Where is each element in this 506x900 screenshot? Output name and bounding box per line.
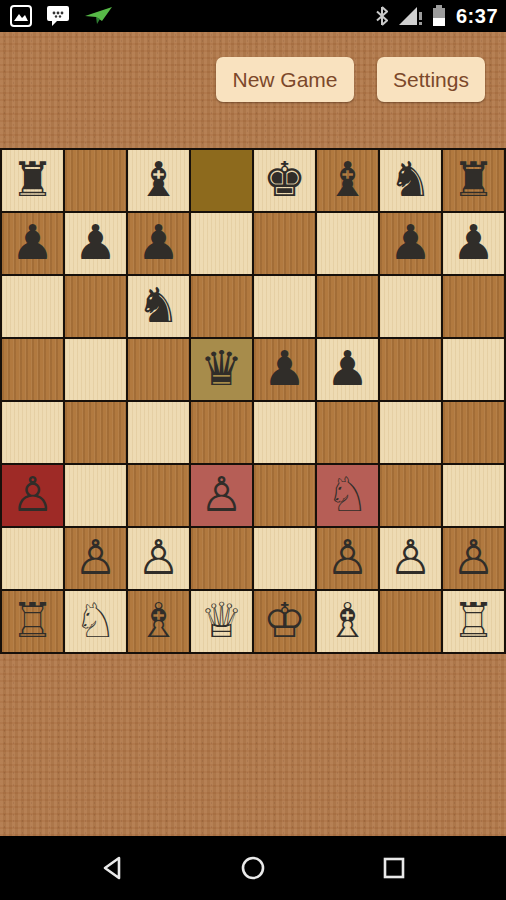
square-a6[interactable] bbox=[2, 276, 63, 337]
square-d1[interactable]: ♕ bbox=[191, 591, 252, 652]
white-knight: ♘ bbox=[74, 596, 117, 644]
square-g5[interactable] bbox=[380, 339, 441, 400]
square-f1[interactable]: ♗ bbox=[317, 591, 378, 652]
square-h1[interactable]: ♖ bbox=[443, 591, 504, 652]
square-d4[interactable] bbox=[191, 402, 252, 463]
square-c8[interactable]: ♝ bbox=[128, 150, 189, 211]
square-b3[interactable] bbox=[65, 465, 126, 526]
square-c6[interactable]: ♞ bbox=[128, 276, 189, 337]
square-h6[interactable] bbox=[443, 276, 504, 337]
square-b1[interactable]: ♘ bbox=[65, 591, 126, 652]
bluetooth-icon bbox=[376, 6, 388, 26]
square-b4[interactable] bbox=[65, 402, 126, 463]
black-queen: ♛ bbox=[200, 344, 243, 392]
black-pawn: ♟ bbox=[389, 218, 432, 266]
white-king: ♔ bbox=[263, 596, 306, 644]
square-c4[interactable] bbox=[128, 402, 189, 463]
black-pawn: ♟ bbox=[137, 218, 180, 266]
square-e8[interactable]: ♚ bbox=[254, 150, 315, 211]
black-pawn: ♟ bbox=[326, 344, 369, 392]
white-pawn: ♙ bbox=[11, 470, 54, 518]
square-f5[interactable]: ♟ bbox=[317, 339, 378, 400]
signal-alert-icon bbox=[398, 6, 422, 26]
square-g6[interactable] bbox=[380, 276, 441, 337]
battery-icon bbox=[432, 5, 446, 27]
square-e4[interactable] bbox=[254, 402, 315, 463]
white-pawn: ♙ bbox=[200, 470, 243, 518]
square-a3[interactable]: ♙ bbox=[2, 465, 63, 526]
system-icons: 6:37 bbox=[376, 5, 506, 28]
white-pawn: ♙ bbox=[74, 533, 117, 581]
clock-time: 6:37 bbox=[456, 5, 498, 28]
black-king: ♚ bbox=[263, 155, 306, 203]
square-b7[interactable]: ♟ bbox=[65, 213, 126, 274]
square-h8[interactable]: ♜ bbox=[443, 150, 504, 211]
white-pawn: ♙ bbox=[137, 533, 180, 581]
square-g7[interactable]: ♟ bbox=[380, 213, 441, 274]
square-f6[interactable] bbox=[317, 276, 378, 337]
back-icon[interactable] bbox=[92, 848, 132, 888]
square-h7[interactable]: ♟ bbox=[443, 213, 504, 274]
white-bishop: ♗ bbox=[326, 596, 369, 644]
black-pawn: ♟ bbox=[11, 218, 54, 266]
square-g3[interactable] bbox=[380, 465, 441, 526]
notification-icons bbox=[0, 5, 376, 27]
white-bishop: ♗ bbox=[137, 596, 180, 644]
square-a8[interactable]: ♜ bbox=[2, 150, 63, 211]
green-plane-icon bbox=[84, 5, 114, 27]
square-h4[interactable] bbox=[443, 402, 504, 463]
square-c2[interactable]: ♙ bbox=[128, 528, 189, 589]
black-pawn: ♟ bbox=[263, 344, 306, 392]
new-game-button[interactable]: New Game bbox=[216, 57, 354, 102]
square-a2[interactable] bbox=[2, 528, 63, 589]
black-rook: ♜ bbox=[11, 155, 54, 203]
recents-icon[interactable] bbox=[374, 848, 414, 888]
square-a4[interactable] bbox=[2, 402, 63, 463]
square-b2[interactable]: ♙ bbox=[65, 528, 126, 589]
black-pawn: ♟ bbox=[452, 218, 495, 266]
square-c5[interactable] bbox=[128, 339, 189, 400]
settings-button[interactable]: Settings bbox=[377, 57, 485, 102]
square-b5[interactable] bbox=[65, 339, 126, 400]
square-d3[interactable]: ♙ bbox=[191, 465, 252, 526]
black-knight: ♞ bbox=[389, 155, 432, 203]
android-nav-bar bbox=[0, 836, 506, 900]
square-e6[interactable] bbox=[254, 276, 315, 337]
white-rook: ♖ bbox=[11, 596, 54, 644]
square-f8[interactable]: ♝ bbox=[317, 150, 378, 211]
square-b6[interactable] bbox=[65, 276, 126, 337]
square-e3[interactable] bbox=[254, 465, 315, 526]
square-d6[interactable] bbox=[191, 276, 252, 337]
square-c3[interactable] bbox=[128, 465, 189, 526]
white-knight: ♘ bbox=[326, 470, 369, 518]
black-bishop: ♝ bbox=[137, 155, 180, 203]
square-a7[interactable]: ♟ bbox=[2, 213, 63, 274]
black-pawn: ♟ bbox=[74, 218, 117, 266]
white-rook: ♖ bbox=[452, 596, 495, 644]
black-bishop: ♝ bbox=[326, 155, 369, 203]
square-e5[interactable]: ♟ bbox=[254, 339, 315, 400]
square-f7[interactable] bbox=[317, 213, 378, 274]
square-d5[interactable]: ♛ bbox=[191, 339, 252, 400]
white-queen: ♕ bbox=[200, 596, 243, 644]
square-c7[interactable]: ♟ bbox=[128, 213, 189, 274]
square-h2[interactable]: ♙ bbox=[443, 528, 504, 589]
square-e1[interactable]: ♔ bbox=[254, 591, 315, 652]
square-d7[interactable] bbox=[191, 213, 252, 274]
square-g2[interactable]: ♙ bbox=[380, 528, 441, 589]
square-f2[interactable]: ♙ bbox=[317, 528, 378, 589]
square-a5[interactable] bbox=[2, 339, 63, 400]
white-pawn: ♙ bbox=[389, 533, 432, 581]
bbm-chat-icon bbox=[46, 5, 70, 27]
black-knight: ♞ bbox=[137, 281, 180, 329]
square-f4[interactable] bbox=[317, 402, 378, 463]
square-f3[interactable]: ♘ bbox=[317, 465, 378, 526]
square-g1[interactable] bbox=[380, 591, 441, 652]
square-h3[interactable] bbox=[443, 465, 504, 526]
square-a1[interactable]: ♖ bbox=[2, 591, 63, 652]
square-d2[interactable] bbox=[191, 528, 252, 589]
square-e7[interactable] bbox=[254, 213, 315, 274]
white-pawn: ♙ bbox=[326, 533, 369, 581]
black-rook: ♜ bbox=[452, 155, 495, 203]
status-bar: 6:37 bbox=[0, 0, 506, 32]
home-icon[interactable] bbox=[233, 848, 273, 888]
white-pawn: ♙ bbox=[452, 533, 495, 581]
gallery-icon bbox=[10, 5, 32, 27]
square-h5[interactable] bbox=[443, 339, 504, 400]
square-g8[interactable]: ♞ bbox=[380, 150, 441, 211]
chess-board: ♜♝♚♝♞♜♟♟♟♟♟♞♛♟♟♙♙♘♙♙♙♙♙♖♘♗♕♔♗♖ bbox=[0, 148, 506, 654]
square-c1[interactable]: ♗ bbox=[128, 591, 189, 652]
square-d8[interactable] bbox=[191, 150, 252, 211]
square-e2[interactable] bbox=[254, 528, 315, 589]
square-g4[interactable] bbox=[380, 402, 441, 463]
square-b8[interactable] bbox=[65, 150, 126, 211]
